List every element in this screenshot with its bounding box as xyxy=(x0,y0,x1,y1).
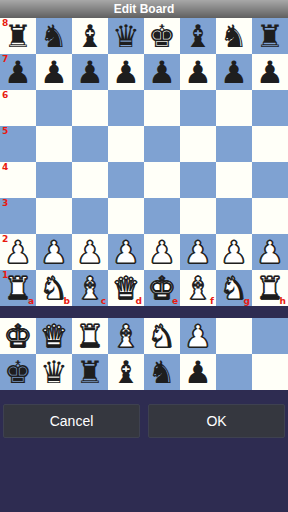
square-d1[interactable]: d♛ xyxy=(108,270,144,306)
piece-black-rook: ♜ xyxy=(76,354,104,390)
rank-label-2: 2 xyxy=(2,235,8,244)
rank-label-8: 8 xyxy=(2,19,8,28)
title-bar: Edit Board xyxy=(0,0,288,18)
square-d2[interactable]: ♟ xyxy=(108,234,144,270)
square-c3[interactable] xyxy=(72,198,108,234)
square-e4[interactable] xyxy=(144,162,180,198)
piece-black-pawn: ♟ xyxy=(220,54,248,90)
square-g1[interactable]: g♞ xyxy=(216,270,252,306)
piece-black-rook: ♜ xyxy=(4,18,32,54)
square-c4[interactable] xyxy=(72,162,108,198)
piece-black-pawn: ♟ xyxy=(112,54,140,90)
tray-empty-square[interactable] xyxy=(216,354,252,390)
piece-white-knight: ♞ xyxy=(148,318,176,354)
piece-white-knight: ♞ xyxy=(40,270,68,306)
cancel-button[interactable]: Cancel xyxy=(3,404,140,438)
square-e1[interactable]: e♚ xyxy=(144,270,180,306)
piece-white-bishop: ♝ xyxy=(112,318,140,354)
piece-white-pawn: ♟ xyxy=(184,318,212,354)
square-d6[interactable] xyxy=(108,90,144,126)
square-h7[interactable]: ♟ xyxy=(252,54,288,90)
piece-black-queen: ♛ xyxy=(112,18,140,54)
piece-black-rook: ♜ xyxy=(256,18,284,54)
square-b4[interactable] xyxy=(36,162,72,198)
piece-white-knight: ♞ xyxy=(220,270,248,306)
tray-white-knight[interactable]: ♞ xyxy=(144,318,180,354)
chess-board: 8♜♞♝♛♚♝♞♜7♟♟♟♟♟♟♟♟65432♟♟♟♟♟♟♟♟1a♜b♞c♝d♛… xyxy=(0,18,288,306)
square-a7[interactable]: 7♟ xyxy=(0,54,36,90)
square-c6[interactable] xyxy=(72,90,108,126)
tray-empty-square[interactable] xyxy=(252,354,288,390)
piece-white-pawn: ♟ xyxy=(220,234,248,270)
square-e2[interactable]: ♟ xyxy=(144,234,180,270)
piece-black-pawn: ♟ xyxy=(148,54,176,90)
piece-white-pawn: ♟ xyxy=(148,234,176,270)
rank-label-7: 7 xyxy=(2,55,8,64)
tray-black-queen[interactable]: ♛ xyxy=(36,354,72,390)
piece-white-pawn: ♟ xyxy=(4,234,32,270)
square-b8[interactable]: ♞ xyxy=(36,18,72,54)
piece-white-king: ♚ xyxy=(148,270,176,306)
square-h6[interactable] xyxy=(252,90,288,126)
ok-button[interactable]: OK xyxy=(148,404,285,438)
piece-white-king: ♚ xyxy=(4,318,32,354)
square-g4[interactable] xyxy=(216,162,252,198)
tray-black-knight[interactable]: ♞ xyxy=(144,354,180,390)
piece-black-king: ♚ xyxy=(148,18,176,54)
piece-black-pawn: ♟ xyxy=(184,354,212,390)
file-label-a: a xyxy=(28,297,34,306)
square-c5[interactable] xyxy=(72,126,108,162)
piece-white-queen: ♛ xyxy=(112,270,140,306)
square-h8[interactable]: ♜ xyxy=(252,18,288,54)
square-d3[interactable] xyxy=(108,198,144,234)
square-a6[interactable]: 6 xyxy=(0,90,36,126)
square-b2[interactable]: ♟ xyxy=(36,234,72,270)
square-b1[interactable]: b♞ xyxy=(36,270,72,306)
tray-white-king[interactable]: ♚ xyxy=(0,318,36,354)
tray-empty-square[interactable] xyxy=(252,318,288,354)
square-f2[interactable]: ♟ xyxy=(180,234,216,270)
piece-black-knight: ♞ xyxy=(40,18,68,54)
square-a5[interactable]: 5 xyxy=(0,126,36,162)
piece-white-bishop: ♝ xyxy=(184,270,212,306)
file-label-f: f xyxy=(210,297,214,306)
piece-black-king: ♚ xyxy=(4,354,32,390)
square-d7[interactable]: ♟ xyxy=(108,54,144,90)
square-f7[interactable]: ♟ xyxy=(180,54,216,90)
square-d5[interactable] xyxy=(108,126,144,162)
piece-white-pawn: ♟ xyxy=(256,234,284,270)
square-d4[interactable] xyxy=(108,162,144,198)
square-c1[interactable]: c♝ xyxy=(72,270,108,306)
square-g5[interactable] xyxy=(216,126,252,162)
tray-black-rook[interactable]: ♜ xyxy=(72,354,108,390)
piece-black-pawn: ♟ xyxy=(256,54,284,90)
square-f5[interactable] xyxy=(180,126,216,162)
square-f6[interactable] xyxy=(180,90,216,126)
square-f3[interactable] xyxy=(180,198,216,234)
file-label-c: c xyxy=(101,297,106,306)
piece-white-pawn: ♟ xyxy=(76,234,104,270)
square-e3[interactable] xyxy=(144,198,180,234)
file-label-h: h xyxy=(280,297,286,306)
file-label-d: d xyxy=(136,297,142,306)
square-e7[interactable]: ♟ xyxy=(144,54,180,90)
square-h3[interactable] xyxy=(252,198,288,234)
square-c7[interactable]: ♟ xyxy=(72,54,108,90)
square-g3[interactable] xyxy=(216,198,252,234)
square-b6[interactable] xyxy=(36,90,72,126)
piece-white-bishop: ♝ xyxy=(76,270,104,306)
square-f8[interactable]: ♝ xyxy=(180,18,216,54)
tray-white-bishop[interactable]: ♝ xyxy=(108,318,144,354)
dialog-buttons: Cancel OK xyxy=(0,404,288,438)
square-d8[interactable]: ♛ xyxy=(108,18,144,54)
tray-white-queen[interactable]: ♛ xyxy=(36,318,72,354)
piece-white-pawn: ♟ xyxy=(184,234,212,270)
square-a4[interactable]: 4 xyxy=(0,162,36,198)
piece-black-queen: ♛ xyxy=(40,354,68,390)
square-h2[interactable]: ♟ xyxy=(252,234,288,270)
tray-black-bishop[interactable]: ♝ xyxy=(108,354,144,390)
square-c2[interactable]: ♟ xyxy=(72,234,108,270)
piece-white-rook: ♜ xyxy=(4,270,32,306)
square-e8[interactable]: ♚ xyxy=(144,18,180,54)
square-a2[interactable]: 2♟ xyxy=(0,234,36,270)
square-h5[interactable] xyxy=(252,126,288,162)
rank-label-4: 4 xyxy=(2,163,8,172)
square-c8[interactable]: ♝ xyxy=(72,18,108,54)
square-e6[interactable] xyxy=(144,90,180,126)
piece-black-pawn: ♟ xyxy=(40,54,68,90)
file-label-g: g xyxy=(244,297,250,306)
square-b7[interactable]: ♟ xyxy=(36,54,72,90)
piece-black-bishop: ♝ xyxy=(184,18,212,54)
square-g2[interactable]: ♟ xyxy=(216,234,252,270)
tray-black-pawn[interactable]: ♟ xyxy=(180,354,216,390)
rank-label-3: 3 xyxy=(2,199,8,208)
square-h1[interactable]: h♜ xyxy=(252,270,288,306)
square-f4[interactable] xyxy=(180,162,216,198)
piece-black-pawn: ♟ xyxy=(76,54,104,90)
piece-black-bishop: ♝ xyxy=(76,18,104,54)
square-g7[interactable]: ♟ xyxy=(216,54,252,90)
piece-black-knight: ♞ xyxy=(220,18,248,54)
tray-white-pawn[interactable]: ♟ xyxy=(180,318,216,354)
tray-black-king[interactable]: ♚ xyxy=(0,354,36,390)
square-a8[interactable]: 8♜ xyxy=(0,18,36,54)
square-h4[interactable] xyxy=(252,162,288,198)
rank-label-1: 1 xyxy=(2,271,8,280)
piece-black-bishop: ♝ xyxy=(112,354,140,390)
page-title: Edit Board xyxy=(114,2,175,16)
piece-white-pawn: ♟ xyxy=(40,234,68,270)
piece-tray: ♚♛♜♝♞♟♚♛♜♝♞♟ xyxy=(0,318,288,390)
piece-black-pawn: ♟ xyxy=(184,54,212,90)
piece-black-knight: ♞ xyxy=(148,354,176,390)
square-e5[interactable] xyxy=(144,126,180,162)
square-b5[interactable] xyxy=(36,126,72,162)
piece-black-pawn: ♟ xyxy=(4,54,32,90)
square-a3[interactable]: 3 xyxy=(0,198,36,234)
file-label-e: e xyxy=(172,297,178,306)
tray-empty-square[interactable] xyxy=(216,318,252,354)
square-f1[interactable]: f♝ xyxy=(180,270,216,306)
piece-white-rook: ♜ xyxy=(256,270,284,306)
square-g8[interactable]: ♞ xyxy=(216,18,252,54)
tray-white-rook[interactable]: ♜ xyxy=(72,318,108,354)
square-b3[interactable] xyxy=(36,198,72,234)
rank-label-5: 5 xyxy=(2,127,8,136)
rank-label-6: 6 xyxy=(2,91,8,100)
square-g6[interactable] xyxy=(216,90,252,126)
piece-white-rook: ♜ xyxy=(76,318,104,354)
file-label-b: b xyxy=(64,297,70,306)
edit-board-screen: Edit Board 8♜♞♝♛♚♝♞♜7♟♟♟♟♟♟♟♟65432♟♟♟♟♟♟… xyxy=(0,0,288,512)
piece-white-queen: ♛ xyxy=(40,318,68,354)
square-a1[interactable]: 1a♜ xyxy=(0,270,36,306)
piece-white-pawn: ♟ xyxy=(112,234,140,270)
